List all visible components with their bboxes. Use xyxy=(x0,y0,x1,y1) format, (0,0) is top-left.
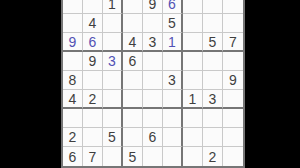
cell-r4c2[interactable]: 9 xyxy=(83,52,103,71)
cell-r6c6[interactable] xyxy=(163,90,183,109)
cell-r5c5[interactable] xyxy=(143,71,163,90)
cell-r8c5[interactable]: 6 xyxy=(143,128,163,147)
cell-r9c1[interactable]: 6 xyxy=(63,147,83,166)
cell-r8c1[interactable]: 2 xyxy=(63,128,83,147)
cell-r7c1[interactable] xyxy=(63,109,83,128)
cell-r3c1[interactable]: 9 xyxy=(63,33,83,52)
cell-r8c9[interactable] xyxy=(223,128,243,147)
cell-r3c8[interactable]: 5 xyxy=(203,33,223,52)
cell-r3c3[interactable] xyxy=(103,33,123,52)
cell-r1c5[interactable]: 9 xyxy=(143,0,163,14)
cell-r1c1[interactable] xyxy=(63,0,83,14)
cell-r5c3[interactable] xyxy=(103,71,123,90)
cell-r1c9[interactable] xyxy=(223,0,243,14)
cell-r4c1[interactable] xyxy=(63,52,83,71)
cell-r9c2[interactable]: 7 xyxy=(83,147,103,166)
cell-r7c3[interactable] xyxy=(103,109,123,128)
cell-r9c6[interactable] xyxy=(163,147,183,166)
sudoku-board: 19645964315793683942132566752 xyxy=(61,0,245,168)
cell-r2c3[interactable] xyxy=(103,14,123,33)
cell-r5c1[interactable]: 8 xyxy=(63,71,83,90)
cell-r2c8[interactable] xyxy=(203,14,223,33)
cell-r2c5[interactable] xyxy=(143,14,163,33)
cell-r3c2[interactable]: 6 xyxy=(83,33,103,52)
cell-r1c4[interactable] xyxy=(123,0,143,14)
cell-r4c8[interactable] xyxy=(203,52,223,71)
cell-r7c6[interactable] xyxy=(163,109,183,128)
cell-r9c8[interactable]: 2 xyxy=(203,147,223,166)
cell-r1c8[interactable] xyxy=(203,0,223,14)
cell-r2c4[interactable] xyxy=(123,14,143,33)
cell-r6c2[interactable]: 2 xyxy=(83,90,103,109)
cell-r8c4[interactable] xyxy=(123,128,143,147)
cell-r4c3[interactable]: 3 xyxy=(103,52,123,71)
cell-r6c3[interactable] xyxy=(103,90,123,109)
cell-r6c4[interactable] xyxy=(123,90,143,109)
cell-r5c6[interactable]: 3 xyxy=(163,71,183,90)
cell-r3c9[interactable]: 7 xyxy=(223,33,243,52)
cell-r6c1[interactable]: 4 xyxy=(63,90,83,109)
cell-r7c7[interactable] xyxy=(183,109,203,128)
cell-r7c4[interactable] xyxy=(123,109,143,128)
cell-r2c7[interactable] xyxy=(183,14,203,33)
cell-r6c5[interactable] xyxy=(143,90,163,109)
cell-r2c6[interactable]: 5 xyxy=(163,14,183,33)
cell-r5c2[interactable] xyxy=(83,71,103,90)
cell-r3c5[interactable]: 3 xyxy=(143,33,163,52)
cell-r6c8[interactable]: 3 xyxy=(203,90,223,109)
cell-r9c9[interactable] xyxy=(223,147,243,166)
cell-r1c2[interactable] xyxy=(83,0,103,14)
cell-r8c6[interactable] xyxy=(163,128,183,147)
cell-r9c3[interactable] xyxy=(103,147,123,166)
cell-r8c3[interactable]: 5 xyxy=(103,128,123,147)
cell-r7c2[interactable] xyxy=(83,109,103,128)
cell-r6c7[interactable]: 1 xyxy=(183,90,203,109)
cell-r3c7[interactable] xyxy=(183,33,203,52)
cell-r4c5[interactable] xyxy=(143,52,163,71)
cell-r7c5[interactable] xyxy=(143,109,163,128)
cell-r4c7[interactable] xyxy=(183,52,203,71)
cell-r2c1[interactable] xyxy=(63,14,83,33)
cell-r5c4[interactable] xyxy=(123,71,143,90)
cell-r2c2[interactable]: 4 xyxy=(83,14,103,33)
letterbox-background: 19645964315793683942132566752 xyxy=(0,0,300,168)
cell-r3c4[interactable]: 4 xyxy=(123,33,143,52)
cell-r9c4[interactable]: 5 xyxy=(123,147,143,166)
cell-r7c8[interactable] xyxy=(203,109,223,128)
cell-r5c9[interactable]: 9 xyxy=(223,71,243,90)
cell-r8c7[interactable] xyxy=(183,128,203,147)
cell-r1c6[interactable]: 6 xyxy=(163,0,183,14)
cell-r8c2[interactable] xyxy=(83,128,103,147)
cell-r9c5[interactable] xyxy=(143,147,163,166)
cell-r6c9[interactable] xyxy=(223,90,243,109)
cell-r5c7[interactable] xyxy=(183,71,203,90)
cell-r5c8[interactable] xyxy=(203,71,223,90)
cell-r2c9[interactable] xyxy=(223,14,243,33)
cell-r4c6[interactable] xyxy=(163,52,183,71)
cell-r1c3[interactable]: 1 xyxy=(103,0,123,14)
cell-r3c6[interactable]: 1 xyxy=(163,33,183,52)
cell-r7c9[interactable] xyxy=(223,109,243,128)
cell-r9c7[interactable] xyxy=(183,147,203,166)
cell-r4c9[interactable] xyxy=(223,52,243,71)
cell-r1c7[interactable] xyxy=(183,0,203,14)
cell-r8c8[interactable] xyxy=(203,128,223,147)
cell-r4c4[interactable]: 6 xyxy=(123,52,143,71)
